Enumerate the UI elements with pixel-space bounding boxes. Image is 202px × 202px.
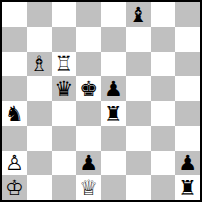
square-g5[interactable] xyxy=(151,76,176,101)
square-b5[interactable] xyxy=(27,76,52,101)
white-king-icon: ♔ xyxy=(5,178,24,199)
square-a3[interactable] xyxy=(2,126,27,151)
white-pawn-icon: ♙ xyxy=(5,153,24,174)
square-f3[interactable] xyxy=(126,126,151,151)
square-h6[interactable] xyxy=(175,52,200,77)
square-f7[interactable] xyxy=(126,27,151,52)
square-h3[interactable] xyxy=(175,126,200,151)
square-b2[interactable] xyxy=(27,151,52,176)
black-knight-icon: ♞ xyxy=(5,104,24,125)
square-a2[interactable]: ♙ xyxy=(2,151,27,176)
square-f1[interactable] xyxy=(126,175,151,200)
black-king-icon: ♚ xyxy=(79,79,98,100)
square-e4[interactable]: ♜ xyxy=(101,101,126,126)
square-f4[interactable] xyxy=(126,101,151,126)
black-pawn-icon: ♟ xyxy=(79,153,98,174)
square-b6[interactable]: ♗ xyxy=(27,52,52,77)
square-f5[interactable] xyxy=(126,76,151,101)
square-h2[interactable]: ♟ xyxy=(175,151,200,176)
square-a1[interactable]: ♔ xyxy=(2,175,27,200)
square-b8[interactable] xyxy=(27,2,52,27)
square-g3[interactable] xyxy=(151,126,176,151)
square-e2[interactable] xyxy=(101,151,126,176)
square-h7[interactable] xyxy=(175,27,200,52)
square-a4[interactable]: ♞ xyxy=(2,101,27,126)
square-g6[interactable] xyxy=(151,52,176,77)
square-e5[interactable]: ♟ xyxy=(101,76,126,101)
white-queen-icon: ♕ xyxy=(79,178,98,199)
square-c4[interactable] xyxy=(52,101,77,126)
square-e7[interactable] xyxy=(101,27,126,52)
square-a8[interactable] xyxy=(2,2,27,27)
white-bishop-icon: ♗ xyxy=(30,54,49,75)
black-bishop-icon: ♝ xyxy=(129,5,148,26)
square-c7[interactable] xyxy=(52,27,77,52)
square-f2[interactable] xyxy=(126,151,151,176)
square-h8[interactable] xyxy=(175,2,200,27)
square-d6[interactable] xyxy=(76,52,101,77)
square-d7[interactable] xyxy=(76,27,101,52)
black-pawn-icon: ♟ xyxy=(178,153,197,174)
square-h4[interactable] xyxy=(175,101,200,126)
white-rook-icon: ♖ xyxy=(54,54,73,75)
black-rook-icon: ♜ xyxy=(104,104,123,125)
square-g2[interactable] xyxy=(151,151,176,176)
square-d8[interactable] xyxy=(76,2,101,27)
square-g7[interactable] xyxy=(151,27,176,52)
black-queen-icon: ♛ xyxy=(54,79,73,100)
black-pawn-icon: ♟ xyxy=(104,79,123,100)
square-f8[interactable]: ♝ xyxy=(126,2,151,27)
square-g1[interactable] xyxy=(151,175,176,200)
square-d4[interactable] xyxy=(76,101,101,126)
square-a7[interactable] xyxy=(2,27,27,52)
square-b1[interactable] xyxy=(27,175,52,200)
square-b4[interactable] xyxy=(27,101,52,126)
square-g8[interactable] xyxy=(151,2,176,27)
square-d5[interactable]: ♚ xyxy=(76,76,101,101)
square-a6[interactable] xyxy=(2,52,27,77)
square-g4[interactable] xyxy=(151,101,176,126)
square-c8[interactable] xyxy=(52,2,77,27)
square-a5[interactable] xyxy=(2,76,27,101)
square-e3[interactable] xyxy=(101,126,126,151)
black-rook-icon: ♜ xyxy=(178,178,197,199)
square-b7[interactable] xyxy=(27,27,52,52)
square-c5[interactable]: ♛ xyxy=(52,76,77,101)
square-d3[interactable] xyxy=(76,126,101,151)
square-b3[interactable] xyxy=(27,126,52,151)
square-e1[interactable] xyxy=(101,175,126,200)
square-h1[interactable]: ♜ xyxy=(175,175,200,200)
square-c1[interactable] xyxy=(52,175,77,200)
chess-board: ♝♗♖♛♚♟♞♜♙♟♟♔♕♜ xyxy=(0,0,202,202)
square-d2[interactable]: ♟ xyxy=(76,151,101,176)
square-c3[interactable] xyxy=(52,126,77,151)
square-e6[interactable] xyxy=(101,52,126,77)
square-h5[interactable] xyxy=(175,76,200,101)
square-f6[interactable] xyxy=(126,52,151,77)
square-d1[interactable]: ♕ xyxy=(76,175,101,200)
square-e8[interactable] xyxy=(101,2,126,27)
square-c2[interactable] xyxy=(52,151,77,176)
square-c6[interactable]: ♖ xyxy=(52,52,77,77)
